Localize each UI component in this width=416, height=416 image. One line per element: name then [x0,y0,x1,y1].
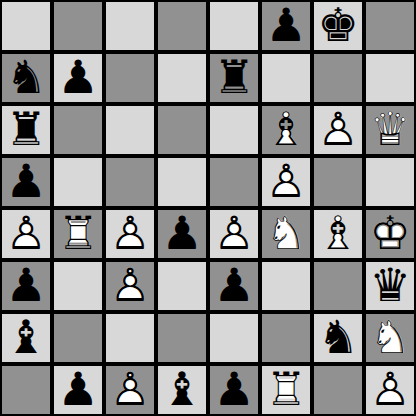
square-b1[interactable]: ♟ [54,366,102,414]
white-queen-fill: ♛ [366,105,414,153]
white-rook-piece: ♖ [54,209,102,257]
white-pawn-piece: ♙ [106,261,154,309]
square-h1[interactable]: ♟♙ [366,366,414,414]
white-king-piece: ♔ [366,209,414,257]
black-pawn-piece: ♟ [2,157,50,205]
black-pawn-piece: ♟ [210,261,258,309]
square-g8[interactable]: ♚ [314,2,362,50]
square-c1[interactable]: ♟♙ [106,366,154,414]
square-f6[interactable]: ♝♗ [262,106,310,154]
square-c5[interactable] [106,158,154,206]
white-rook-fill: ♜ [54,209,102,257]
square-c6[interactable] [106,106,154,154]
black-rook-piece: ♜ [2,105,50,153]
square-a4[interactable]: ♟♙ [2,210,50,258]
square-b2[interactable] [54,314,102,362]
square-b3[interactable] [54,262,102,310]
black-knight-piece: ♞ [2,53,50,101]
square-g6[interactable]: ♟♙ [314,106,362,154]
white-knight-fill: ♞ [262,209,310,257]
square-g3[interactable] [314,262,362,310]
white-knight-fill: ♞ [366,313,414,361]
white-bishop-piece: ♗ [314,209,362,257]
chess-board: ♟♚♞♟♜♜♝♗♟♙♛♕♟♟♙♟♙♜♖♟♙♟♟♙♞♘♝♗♚♔♟♟♙♟♛♝♞♞♘♟… [0,0,412,412]
white-pawn-piece: ♙ [106,209,154,257]
white-pawn-piece: ♙ [366,365,414,413]
square-b4[interactable]: ♜♖ [54,210,102,258]
square-h6[interactable]: ♛♕ [366,106,414,154]
square-c2[interactable] [106,314,154,362]
black-pawn-piece: ♟ [54,53,102,101]
square-c4[interactable]: ♟♙ [106,210,154,258]
square-g1[interactable] [314,366,362,414]
square-e4[interactable]: ♟♙ [210,210,258,258]
square-h2[interactable]: ♞♘ [366,314,414,362]
square-e6[interactable] [210,106,258,154]
square-d5[interactable] [158,158,206,206]
white-knight-piece: ♘ [262,209,310,257]
square-c7[interactable] [106,54,154,102]
black-pawn-piece: ♟ [2,261,50,309]
square-g2[interactable]: ♞ [314,314,362,362]
black-king-piece: ♚ [314,1,362,49]
square-a5[interactable]: ♟ [2,158,50,206]
black-bishop-piece: ♝ [2,313,50,361]
square-d2[interactable] [158,314,206,362]
square-f4[interactable]: ♞♘ [262,210,310,258]
square-g7[interactable] [314,54,362,102]
black-pawn-piece: ♟ [54,365,102,413]
black-rook-piece: ♜ [210,53,258,101]
white-pawn-fill: ♟ [262,157,310,205]
white-pawn-piece: ♙ [314,105,362,153]
black-bishop-piece: ♝ [158,365,206,413]
square-a8[interactable] [2,2,50,50]
square-d7[interactable] [158,54,206,102]
square-d6[interactable] [158,106,206,154]
square-a7[interactable]: ♞ [2,54,50,102]
square-h8[interactable] [366,2,414,50]
white-pawn-piece: ♙ [262,157,310,205]
white-rook-piece: ♖ [262,365,310,413]
white-king-fill: ♚ [366,209,414,257]
square-e3[interactable]: ♟ [210,262,258,310]
white-bishop-fill: ♝ [314,209,362,257]
square-b5[interactable] [54,158,102,206]
black-knight-piece: ♞ [314,313,362,361]
square-g4[interactable]: ♝♗ [314,210,362,258]
white-pawn-fill: ♟ [106,209,154,257]
square-b6[interactable] [54,106,102,154]
black-pawn-piece: ♟ [158,209,206,257]
square-e8[interactable] [210,2,258,50]
square-e1[interactable]: ♟ [210,366,258,414]
square-h5[interactable] [366,158,414,206]
square-a6[interactable]: ♜ [2,106,50,154]
square-h7[interactable] [366,54,414,102]
square-d8[interactable] [158,2,206,50]
square-f5[interactable]: ♟♙ [262,158,310,206]
white-bishop-piece: ♗ [262,105,310,153]
square-d1[interactable]: ♝ [158,366,206,414]
white-pawn-fill: ♟ [314,105,362,153]
white-knight-piece: ♘ [366,313,414,361]
square-b8[interactable] [54,2,102,50]
square-a3[interactable]: ♟ [2,262,50,310]
white-pawn-fill: ♟ [2,209,50,257]
square-h3[interactable]: ♛ [366,262,414,310]
white-pawn-fill: ♟ [106,365,154,413]
square-e7[interactable]: ♜ [210,54,258,102]
square-e5[interactable] [210,158,258,206]
white-pawn-piece: ♙ [2,209,50,257]
square-a2[interactable]: ♝ [2,314,50,362]
black-pawn-piece: ♟ [210,365,258,413]
square-h4[interactable]: ♚♔ [366,210,414,258]
square-c3[interactable]: ♟♙ [106,262,154,310]
square-f2[interactable] [262,314,310,362]
black-pawn-piece: ♟ [262,1,310,49]
square-f7[interactable] [262,54,310,102]
white-pawn-fill: ♟ [106,261,154,309]
square-a1[interactable] [2,366,50,414]
square-f3[interactable] [262,262,310,310]
square-f1[interactable]: ♜♖ [262,366,310,414]
white-queen-piece: ♕ [366,105,414,153]
square-d4[interactable]: ♟ [158,210,206,258]
square-g5[interactable] [314,158,362,206]
white-bishop-fill: ♝ [262,105,310,153]
white-pawn-fill: ♟ [210,209,258,257]
black-queen-piece: ♛ [366,261,414,309]
square-c8[interactable] [106,2,154,50]
square-e2[interactable] [210,314,258,362]
white-pawn-fill: ♟ [366,365,414,413]
square-f8[interactable]: ♟ [262,2,310,50]
white-pawn-piece: ♙ [106,365,154,413]
white-rook-fill: ♜ [262,365,310,413]
white-pawn-piece: ♙ [210,209,258,257]
square-b7[interactable]: ♟ [54,54,102,102]
square-d3[interactable] [158,262,206,310]
